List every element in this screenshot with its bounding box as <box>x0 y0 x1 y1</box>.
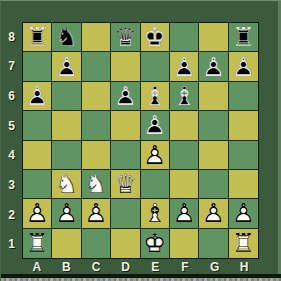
square-b1[interactable] <box>52 229 81 258</box>
square-f1[interactable] <box>170 229 199 258</box>
piece-outline: ♙ <box>170 199 198 227</box>
square-g5[interactable] <box>199 111 228 140</box>
piece-outline: ♗ <box>141 199 169 227</box>
square-g7[interactable]: ♟♙ <box>199 52 228 81</box>
piece-white-rook-h1[interactable]: ♜♖ <box>229 229 257 257</box>
square-b4[interactable] <box>52 141 81 170</box>
file-label-b: B <box>52 259 82 275</box>
piece-white-pawn-a2[interactable]: ♟♙ <box>23 199 51 227</box>
square-a6[interactable]: ♟♙ <box>23 82 52 111</box>
square-d1[interactable] <box>111 229 140 258</box>
piece-outline: ♗ <box>170 82 198 110</box>
frame-right-bevel <box>278 1 281 281</box>
piece-black-pawn-f7[interactable]: ♟♙ <box>170 53 198 81</box>
square-d3[interactable]: ♛♕ <box>111 170 140 199</box>
piece-outline: ♙ <box>141 141 169 169</box>
square-b6[interactable] <box>52 82 81 111</box>
piece-white-queen-d3[interactable]: ♛♕ <box>111 170 139 198</box>
piece-black-pawn-a6[interactable]: ♟♙ <box>23 82 51 110</box>
square-a8[interactable]: ♜♖ <box>23 23 52 52</box>
square-c3[interactable]: ♞♘ <box>82 170 111 199</box>
piece-black-king-e8[interactable]: ♚♔ <box>141 23 169 51</box>
file-label-a: A <box>22 259 52 275</box>
square-c6[interactable] <box>82 82 111 111</box>
piece-white-rook-a1[interactable]: ♜♖ <box>23 229 51 257</box>
square-f2[interactable]: ♟♙ <box>170 199 199 228</box>
square-g8[interactable] <box>199 23 228 52</box>
rank-label-7: 7 <box>1 52 22 82</box>
rank-label-5: 5 <box>1 111 22 141</box>
square-h5[interactable] <box>229 111 258 140</box>
piece-outline: ♘ <box>82 170 110 198</box>
piece-outline: ♔ <box>141 229 169 257</box>
piece-outline: ♙ <box>229 53 257 81</box>
square-h1[interactable]: ♜♖ <box>229 229 258 258</box>
piece-outline: ♙ <box>23 82 51 110</box>
piece-white-knight-c3[interactable]: ♞♘ <box>82 170 110 198</box>
file-label-h: H <box>229 259 259 275</box>
file-label-e: E <box>141 259 171 275</box>
piece-outline: ♗ <box>141 82 169 110</box>
square-c4[interactable] <box>82 141 111 170</box>
piece-black-knight-b8[interactable]: ♞♘ <box>53 23 81 51</box>
rank-label-6: 6 <box>1 81 22 111</box>
piece-outline: ♙ <box>170 53 198 81</box>
square-e8[interactable]: ♚♔ <box>141 23 170 52</box>
square-d2[interactable] <box>111 199 140 228</box>
square-g4[interactable] <box>199 141 228 170</box>
file-label-c: C <box>81 259 111 275</box>
square-c5[interactable] <box>82 111 111 140</box>
square-d5[interactable] <box>111 111 140 140</box>
piece-black-pawn-e5[interactable]: ♟♙ <box>141 111 169 139</box>
square-g2[interactable]: ♟♙ <box>199 199 228 228</box>
square-e4[interactable]: ♟♙ <box>141 141 170 170</box>
square-c7[interactable] <box>82 52 111 81</box>
piece-white-pawn-b2[interactable]: ♟♙ <box>53 199 81 227</box>
square-f3[interactable] <box>170 170 199 199</box>
square-a3[interactable] <box>23 170 52 199</box>
chess-board[interactable]: ♜♖♞♘♛♕♚♔♜♖♟♙♟♙♟♙♟♙♟♙♟♙♝♗♝♗♟♙♟♙♞♘♞♘♛♕♟♙♟♙… <box>22 22 259 259</box>
piece-white-pawn-g2[interactable]: ♟♙ <box>199 199 227 227</box>
square-b3[interactable]: ♞♘ <box>52 170 81 199</box>
piece-outline: ♙ <box>199 53 227 81</box>
piece-black-pawn-g7[interactable]: ♟♙ <box>199 53 227 81</box>
square-f7[interactable]: ♟♙ <box>170 52 199 81</box>
piece-outline: ♖ <box>23 229 51 257</box>
piece-outline: ♕ <box>111 170 139 198</box>
piece-white-pawn-h2[interactable]: ♟♙ <box>229 199 257 227</box>
file-labels: ABCDEFGH <box>22 259 259 275</box>
piece-outline: ♙ <box>229 199 257 227</box>
square-f4[interactable] <box>170 141 199 170</box>
square-h7[interactable]: ♟♙ <box>229 52 258 81</box>
piece-outline: ♖ <box>229 229 257 257</box>
square-d4[interactable] <box>111 141 140 170</box>
rank-label-2: 2 <box>1 200 22 230</box>
piece-white-bishop-e2[interactable]: ♝♗ <box>141 199 169 227</box>
piece-black-rook-h8[interactable]: ♜♖ <box>229 23 257 51</box>
piece-black-bishop-f6[interactable]: ♝♗ <box>170 82 198 110</box>
piece-black-pawn-b7[interactable]: ♟♙ <box>53 53 81 81</box>
piece-outline: ♕ <box>111 23 139 51</box>
piece-outline: ♙ <box>53 199 81 227</box>
square-b2[interactable]: ♟♙ <box>52 199 81 228</box>
square-b8[interactable]: ♞♘ <box>52 23 81 52</box>
piece-black-pawn-h7[interactable]: ♟♙ <box>229 53 257 81</box>
piece-outline: ♖ <box>23 23 51 51</box>
piece-white-pawn-c2[interactable]: ♟♙ <box>82 199 110 227</box>
square-e2[interactable]: ♝♗ <box>141 199 170 228</box>
square-a4[interactable] <box>23 141 52 170</box>
piece-outline: ♙ <box>141 111 169 139</box>
square-e1[interactable]: ♚♔ <box>141 229 170 258</box>
piece-black-bishop-e6[interactable]: ♝♗ <box>141 82 169 110</box>
file-label-d: D <box>111 259 141 275</box>
square-c1[interactable] <box>82 229 111 258</box>
square-e3[interactable] <box>141 170 170 199</box>
square-g1[interactable] <box>199 229 228 258</box>
square-e5[interactable]: ♟♙ <box>141 111 170 140</box>
piece-outline: ♘ <box>53 170 81 198</box>
square-g6[interactable] <box>199 82 228 111</box>
piece-outline: ♙ <box>82 199 110 227</box>
square-d7[interactable] <box>111 52 140 81</box>
file-label-g: G <box>200 259 230 275</box>
piece-outline: ♙ <box>199 199 227 227</box>
piece-black-rook-a8[interactable]: ♜♖ <box>23 23 51 51</box>
file-label-f: F <box>170 259 200 275</box>
piece-white-pawn-e4[interactable]: ♟♙ <box>141 141 169 169</box>
rank-label-3: 3 <box>1 170 22 200</box>
piece-white-knight-b3[interactable]: ♞♘ <box>53 170 81 198</box>
square-a5[interactable] <box>23 111 52 140</box>
piece-white-pawn-f2[interactable]: ♟♙ <box>170 199 198 227</box>
rank-labels: 87654321 <box>1 22 22 259</box>
rank-label-1: 1 <box>1 229 22 259</box>
square-e7[interactable] <box>141 52 170 81</box>
piece-outline: ♔ <box>141 23 169 51</box>
square-c8[interactable] <box>82 23 111 52</box>
rank-label-8: 8 <box>1 22 22 52</box>
chess-board-frame: 87654321 ♜♖♞♘♛♕♚♔♜♖♟♙♟♙♟♙♟♙♟♙♟♙♝♗♝♗♟♙♟♙♞… <box>0 0 281 281</box>
square-d6[interactable]: ♟♙ <box>111 82 140 111</box>
square-a1[interactable]: ♜♖ <box>23 229 52 258</box>
piece-outline: ♘ <box>53 23 81 51</box>
square-h6[interactable] <box>229 82 258 111</box>
square-f8[interactable] <box>170 23 199 52</box>
square-e6[interactable]: ♝♗ <box>141 82 170 111</box>
piece-black-pawn-d6[interactable]: ♟♙ <box>111 82 139 110</box>
piece-outline: ♙ <box>111 82 139 110</box>
square-c2[interactable]: ♟♙ <box>82 199 111 228</box>
square-f6[interactable]: ♝♗ <box>170 82 199 111</box>
piece-outline: ♖ <box>229 23 257 51</box>
square-d8[interactable]: ♛♕ <box>111 23 140 52</box>
piece-white-king-e1[interactable]: ♚♔ <box>141 229 169 257</box>
piece-outline: ♙ <box>23 199 51 227</box>
square-h4[interactable] <box>229 141 258 170</box>
piece-black-queen-d8[interactable]: ♛♕ <box>111 23 139 51</box>
square-b5[interactable] <box>52 111 81 140</box>
square-h2[interactable]: ♟♙ <box>229 199 258 228</box>
rank-label-4: 4 <box>1 141 22 171</box>
square-b7[interactable]: ♟♙ <box>52 52 81 81</box>
square-a2[interactable]: ♟♙ <box>23 199 52 228</box>
square-a7[interactable] <box>23 52 52 81</box>
square-h3[interactable] <box>229 170 258 199</box>
square-g3[interactable] <box>199 170 228 199</box>
square-h8[interactable]: ♜♖ <box>229 23 258 52</box>
square-f5[interactable] <box>170 111 199 140</box>
piece-outline: ♙ <box>53 53 81 81</box>
